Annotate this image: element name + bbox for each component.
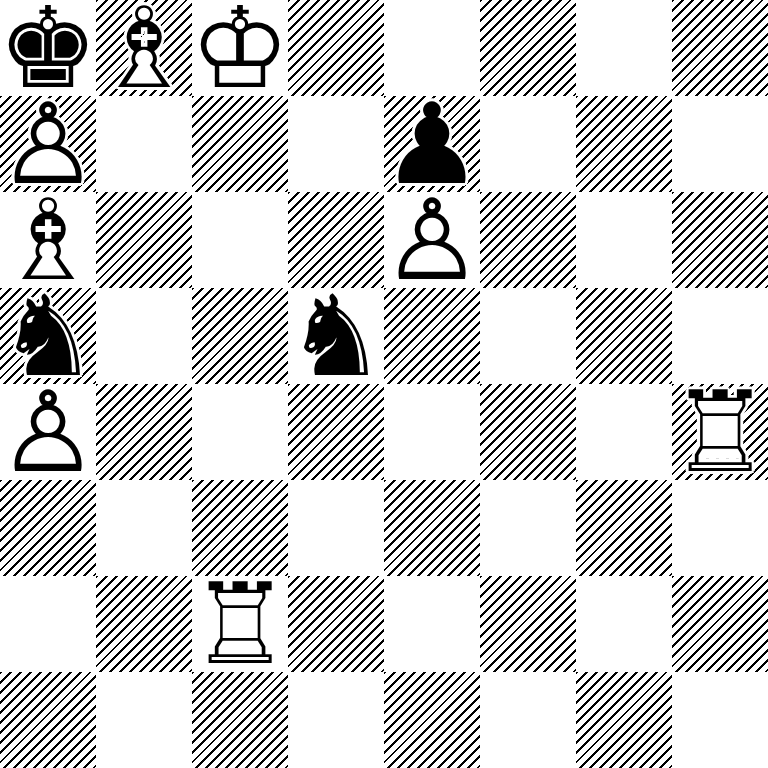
white-king-fill: ♚: [192, 0, 288, 96]
square-f6[interactable]: [480, 192, 576, 288]
square-h2[interactable]: [672, 576, 768, 672]
square-h5[interactable]: [672, 288, 768, 384]
square-a1[interactable]: [0, 672, 96, 768]
square-g4[interactable]: [576, 384, 672, 480]
square-b3[interactable]: [96, 480, 192, 576]
square-f2[interactable]: [480, 576, 576, 672]
square-d8[interactable]: [288, 0, 384, 96]
square-a3[interactable]: [0, 480, 96, 576]
white-bishop-fill: ♝: [96, 0, 192, 96]
square-f4[interactable]: [480, 384, 576, 480]
square-h3[interactable]: [672, 480, 768, 576]
white-pawn-glyph: ♙: [384, 192, 480, 288]
square-b2[interactable]: [96, 576, 192, 672]
square-e5[interactable]: [384, 288, 480, 384]
square-b4[interactable]: [96, 384, 192, 480]
black-king-fill: ♚: [0, 0, 96, 96]
square-e4[interactable]: [384, 384, 480, 480]
white-pawn: ♟♙: [0, 96, 96, 192]
white-king: ♚♔: [192, 0, 288, 96]
square-c8[interactable]: ♚♔: [192, 0, 288, 96]
square-h4[interactable]: ♜♖: [672, 384, 768, 480]
black-pawn: ♟♟: [384, 96, 480, 192]
square-d1[interactable]: [288, 672, 384, 768]
square-b7[interactable]: [96, 96, 192, 192]
black-king: ♚♚: [0, 0, 96, 96]
square-a8[interactable]: ♚♚: [0, 0, 96, 96]
square-d2[interactable]: [288, 576, 384, 672]
square-b1[interactable]: [96, 672, 192, 768]
square-c3[interactable]: [192, 480, 288, 576]
white-pawn: ♟♙: [384, 192, 480, 288]
square-a5[interactable]: ♞♞: [0, 288, 96, 384]
black-pawn-fill: ♟: [384, 96, 480, 192]
white-pawn: ♟♙: [0, 384, 96, 480]
square-f8[interactable]: [480, 0, 576, 96]
white-bishop-glyph: ♗: [0, 192, 96, 288]
white-pawn-fill: ♟: [0, 96, 96, 192]
square-f1[interactable]: [480, 672, 576, 768]
black-knight-fill: ♞: [0, 288, 96, 384]
square-d7[interactable]: [288, 96, 384, 192]
square-d5[interactable]: ♞♞: [288, 288, 384, 384]
square-d4[interactable]: [288, 384, 384, 480]
square-g7[interactable]: [576, 96, 672, 192]
square-f5[interactable]: [480, 288, 576, 384]
square-a7[interactable]: ♟♙: [0, 96, 96, 192]
square-g2[interactable]: [576, 576, 672, 672]
black-knight-glyph: ♞: [0, 288, 96, 384]
square-c4[interactable]: [192, 384, 288, 480]
square-f3[interactable]: [480, 480, 576, 576]
square-a2[interactable]: [0, 576, 96, 672]
square-g8[interactable]: [576, 0, 672, 96]
white-rook-glyph: ♖: [192, 576, 288, 672]
white-pawn-glyph: ♙: [0, 384, 96, 480]
square-g1[interactable]: [576, 672, 672, 768]
square-a4[interactable]: ♟♙: [0, 384, 96, 480]
black-knight: ♞♞: [0, 288, 96, 384]
white-pawn-fill: ♟: [0, 384, 96, 480]
square-d3[interactable]: [288, 480, 384, 576]
black-knight-fill: ♞: [288, 288, 384, 384]
white-rook-glyph: ♖: [672, 384, 768, 480]
square-e1[interactable]: [384, 672, 480, 768]
square-c1[interactable]: [192, 672, 288, 768]
white-bishop-fill: ♝: [0, 192, 96, 288]
black-pawn-glyph: ♟: [384, 96, 480, 192]
white-rook: ♜♖: [672, 384, 768, 480]
square-a6[interactable]: ♝♗: [0, 192, 96, 288]
square-h6[interactable]: [672, 192, 768, 288]
square-b6[interactable]: [96, 192, 192, 288]
square-g5[interactable]: [576, 288, 672, 384]
square-h1[interactable]: [672, 672, 768, 768]
chess-board: ♚♚♝♗♚♔♟♙♟♟♝♗♟♙♞♞♞♞♟♙♜♖♜♖: [0, 0, 768, 768]
white-pawn-glyph: ♙: [0, 96, 96, 192]
square-c7[interactable]: [192, 96, 288, 192]
square-c2[interactable]: ♜♖: [192, 576, 288, 672]
white-pawn-fill: ♟: [384, 192, 480, 288]
white-king-glyph: ♔: [192, 0, 288, 96]
square-f7[interactable]: [480, 96, 576, 192]
white-rook: ♜♖: [192, 576, 288, 672]
white-bishop-glyph: ♗: [96, 0, 192, 96]
square-e2[interactable]: [384, 576, 480, 672]
black-knight: ♞♞: [288, 288, 384, 384]
square-e8[interactable]: [384, 0, 480, 96]
square-e6[interactable]: ♟♙: [384, 192, 480, 288]
square-h8[interactable]: [672, 0, 768, 96]
square-d6[interactable]: [288, 192, 384, 288]
square-e7[interactable]: ♟♟: [384, 96, 480, 192]
square-h7[interactable]: [672, 96, 768, 192]
white-bishop: ♝♗: [96, 0, 192, 96]
square-g6[interactable]: [576, 192, 672, 288]
square-c6[interactable]: [192, 192, 288, 288]
square-c5[interactable]: [192, 288, 288, 384]
square-b5[interactable]: [96, 288, 192, 384]
square-e3[interactable]: [384, 480, 480, 576]
white-rook-fill: ♜: [672, 384, 768, 480]
black-king-glyph: ♚: [0, 0, 96, 96]
black-knight-glyph: ♞: [288, 288, 384, 384]
white-rook-fill: ♜: [192, 576, 288, 672]
square-b8[interactable]: ♝♗: [96, 0, 192, 96]
white-bishop: ♝♗: [0, 192, 96, 288]
square-g3[interactable]: [576, 480, 672, 576]
